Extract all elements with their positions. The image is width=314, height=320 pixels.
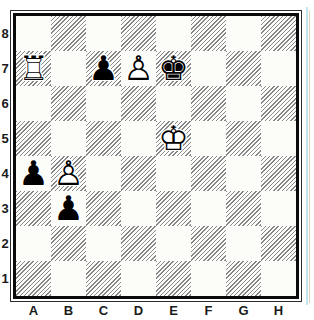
square-b6[interactable] <box>51 86 86 121</box>
white-king-glyph: ♔ <box>156 120 191 155</box>
white-king[interactable]: ♚♔ <box>156 121 191 156</box>
square-f4[interactable] <box>191 156 226 191</box>
square-e5[interactable]: ♚♔ <box>156 121 191 156</box>
rank-label-3: 3 <box>0 191 10 226</box>
square-g1[interactable] <box>226 261 261 296</box>
square-c8[interactable] <box>86 16 121 51</box>
square-b4[interactable]: ♟♙ <box>51 156 86 191</box>
rank-label-6: 6 <box>0 86 10 121</box>
file-label-C: C <box>86 303 121 319</box>
file-label-B: B <box>51 303 86 319</box>
white-rook-glyph: ♖ <box>16 50 51 85</box>
square-h6[interactable] <box>261 86 296 121</box>
white-rook[interactable]: ♜♖ <box>16 51 51 86</box>
square-g8[interactable] <box>226 16 261 51</box>
square-h4[interactable] <box>261 156 296 191</box>
rank-label-5: 5 <box>0 121 10 156</box>
black-king[interactable]: ♚♚ <box>156 51 191 86</box>
square-g6[interactable] <box>226 86 261 121</box>
square-f5[interactable] <box>191 121 226 156</box>
board-grid: ♜♖♟♟♟♙♚♚♚♔♟♟♟♙♟♟ <box>16 16 296 296</box>
square-h8[interactable] <box>261 16 296 51</box>
square-c4[interactable] <box>86 156 121 191</box>
square-d5[interactable] <box>121 121 156 156</box>
square-f6[interactable] <box>191 86 226 121</box>
square-d2[interactable] <box>121 226 156 261</box>
square-f3[interactable] <box>191 191 226 226</box>
black-king-glyph: ♚ <box>156 50 191 85</box>
square-a3[interactable] <box>16 191 51 226</box>
square-h7[interactable] <box>261 51 296 86</box>
square-e6[interactable] <box>156 86 191 121</box>
rank-label-2: 2 <box>0 226 10 261</box>
square-a4[interactable]: ♟♟ <box>16 156 51 191</box>
square-e8[interactable] <box>156 16 191 51</box>
square-c7[interactable]: ♟♟ <box>86 51 121 86</box>
square-a2[interactable] <box>16 226 51 261</box>
rank-label-4: 4 <box>0 156 10 191</box>
square-c5[interactable] <box>86 121 121 156</box>
square-g3[interactable] <box>226 191 261 226</box>
square-g5[interactable] <box>226 121 261 156</box>
square-b5[interactable] <box>51 121 86 156</box>
file-label-A: A <box>16 303 51 319</box>
square-e4[interactable] <box>156 156 191 191</box>
square-h3[interactable] <box>261 191 296 226</box>
square-b2[interactable] <box>51 226 86 261</box>
square-d3[interactable] <box>121 191 156 226</box>
white-pawn[interactable]: ♟♙ <box>51 156 86 191</box>
square-c3[interactable] <box>86 191 121 226</box>
square-b8[interactable] <box>51 16 86 51</box>
square-f7[interactable] <box>191 51 226 86</box>
square-g4[interactable] <box>226 156 261 191</box>
file-label-F: F <box>191 303 226 319</box>
black-pawn-glyph: ♟ <box>16 155 51 190</box>
square-d1[interactable] <box>121 261 156 296</box>
square-e1[interactable] <box>156 261 191 296</box>
board-frame: ♜♖♟♟♟♙♚♚♚♔♟♟♟♙♟♟ <box>10 10 302 302</box>
square-c2[interactable] <box>86 226 121 261</box>
square-f2[interactable] <box>191 226 226 261</box>
scan-edge-artifact-tan <box>309 10 310 303</box>
white-pawn[interactable]: ♟♙ <box>121 51 156 86</box>
square-g2[interactable] <box>226 226 261 261</box>
file-label-D: D <box>121 303 156 319</box>
square-a1[interactable] <box>16 261 51 296</box>
square-c6[interactable] <box>86 86 121 121</box>
black-pawn[interactable]: ♟♟ <box>86 51 121 86</box>
square-g7[interactable] <box>226 51 261 86</box>
rank-label-7: 7 <box>0 51 10 86</box>
rank-label-8: 8 <box>0 16 10 51</box>
square-d8[interactable] <box>121 16 156 51</box>
square-h5[interactable] <box>261 121 296 156</box>
square-d6[interactable] <box>121 86 156 121</box>
square-e7[interactable]: ♚♚ <box>156 51 191 86</box>
black-pawn-glyph: ♟ <box>86 50 121 85</box>
square-f8[interactable] <box>191 16 226 51</box>
scan-edge-artifact-cyan <box>306 7 308 305</box>
square-b1[interactable] <box>51 261 86 296</box>
square-h1[interactable] <box>261 261 296 296</box>
square-f1[interactable] <box>191 261 226 296</box>
square-a7[interactable]: ♜♖ <box>16 51 51 86</box>
black-pawn[interactable]: ♟♟ <box>16 156 51 191</box>
rank-label-1: 1 <box>0 261 10 296</box>
white-pawn-glyph: ♙ <box>121 50 156 85</box>
square-c1[interactable] <box>86 261 121 296</box>
square-h2[interactable] <box>261 226 296 261</box>
square-e3[interactable] <box>156 191 191 226</box>
black-pawn-glyph: ♟ <box>51 190 86 225</box>
square-d7[interactable]: ♟♙ <box>121 51 156 86</box>
square-b3[interactable]: ♟♟ <box>51 191 86 226</box>
file-label-H: H <box>261 303 296 319</box>
square-b7[interactable] <box>51 51 86 86</box>
black-pawn[interactable]: ♟♟ <box>51 191 86 226</box>
square-d4[interactable] <box>121 156 156 191</box>
board-border: ♜♖♟♟♟♙♚♚♚♔♟♟♟♙♟♟ <box>13 13 299 299</box>
white-pawn-glyph: ♙ <box>51 155 86 190</box>
square-e2[interactable] <box>156 226 191 261</box>
file-label-E: E <box>156 303 191 319</box>
square-a8[interactable] <box>16 16 51 51</box>
square-a5[interactable] <box>16 121 51 156</box>
file-label-G: G <box>226 303 261 319</box>
square-a6[interactable] <box>16 86 51 121</box>
